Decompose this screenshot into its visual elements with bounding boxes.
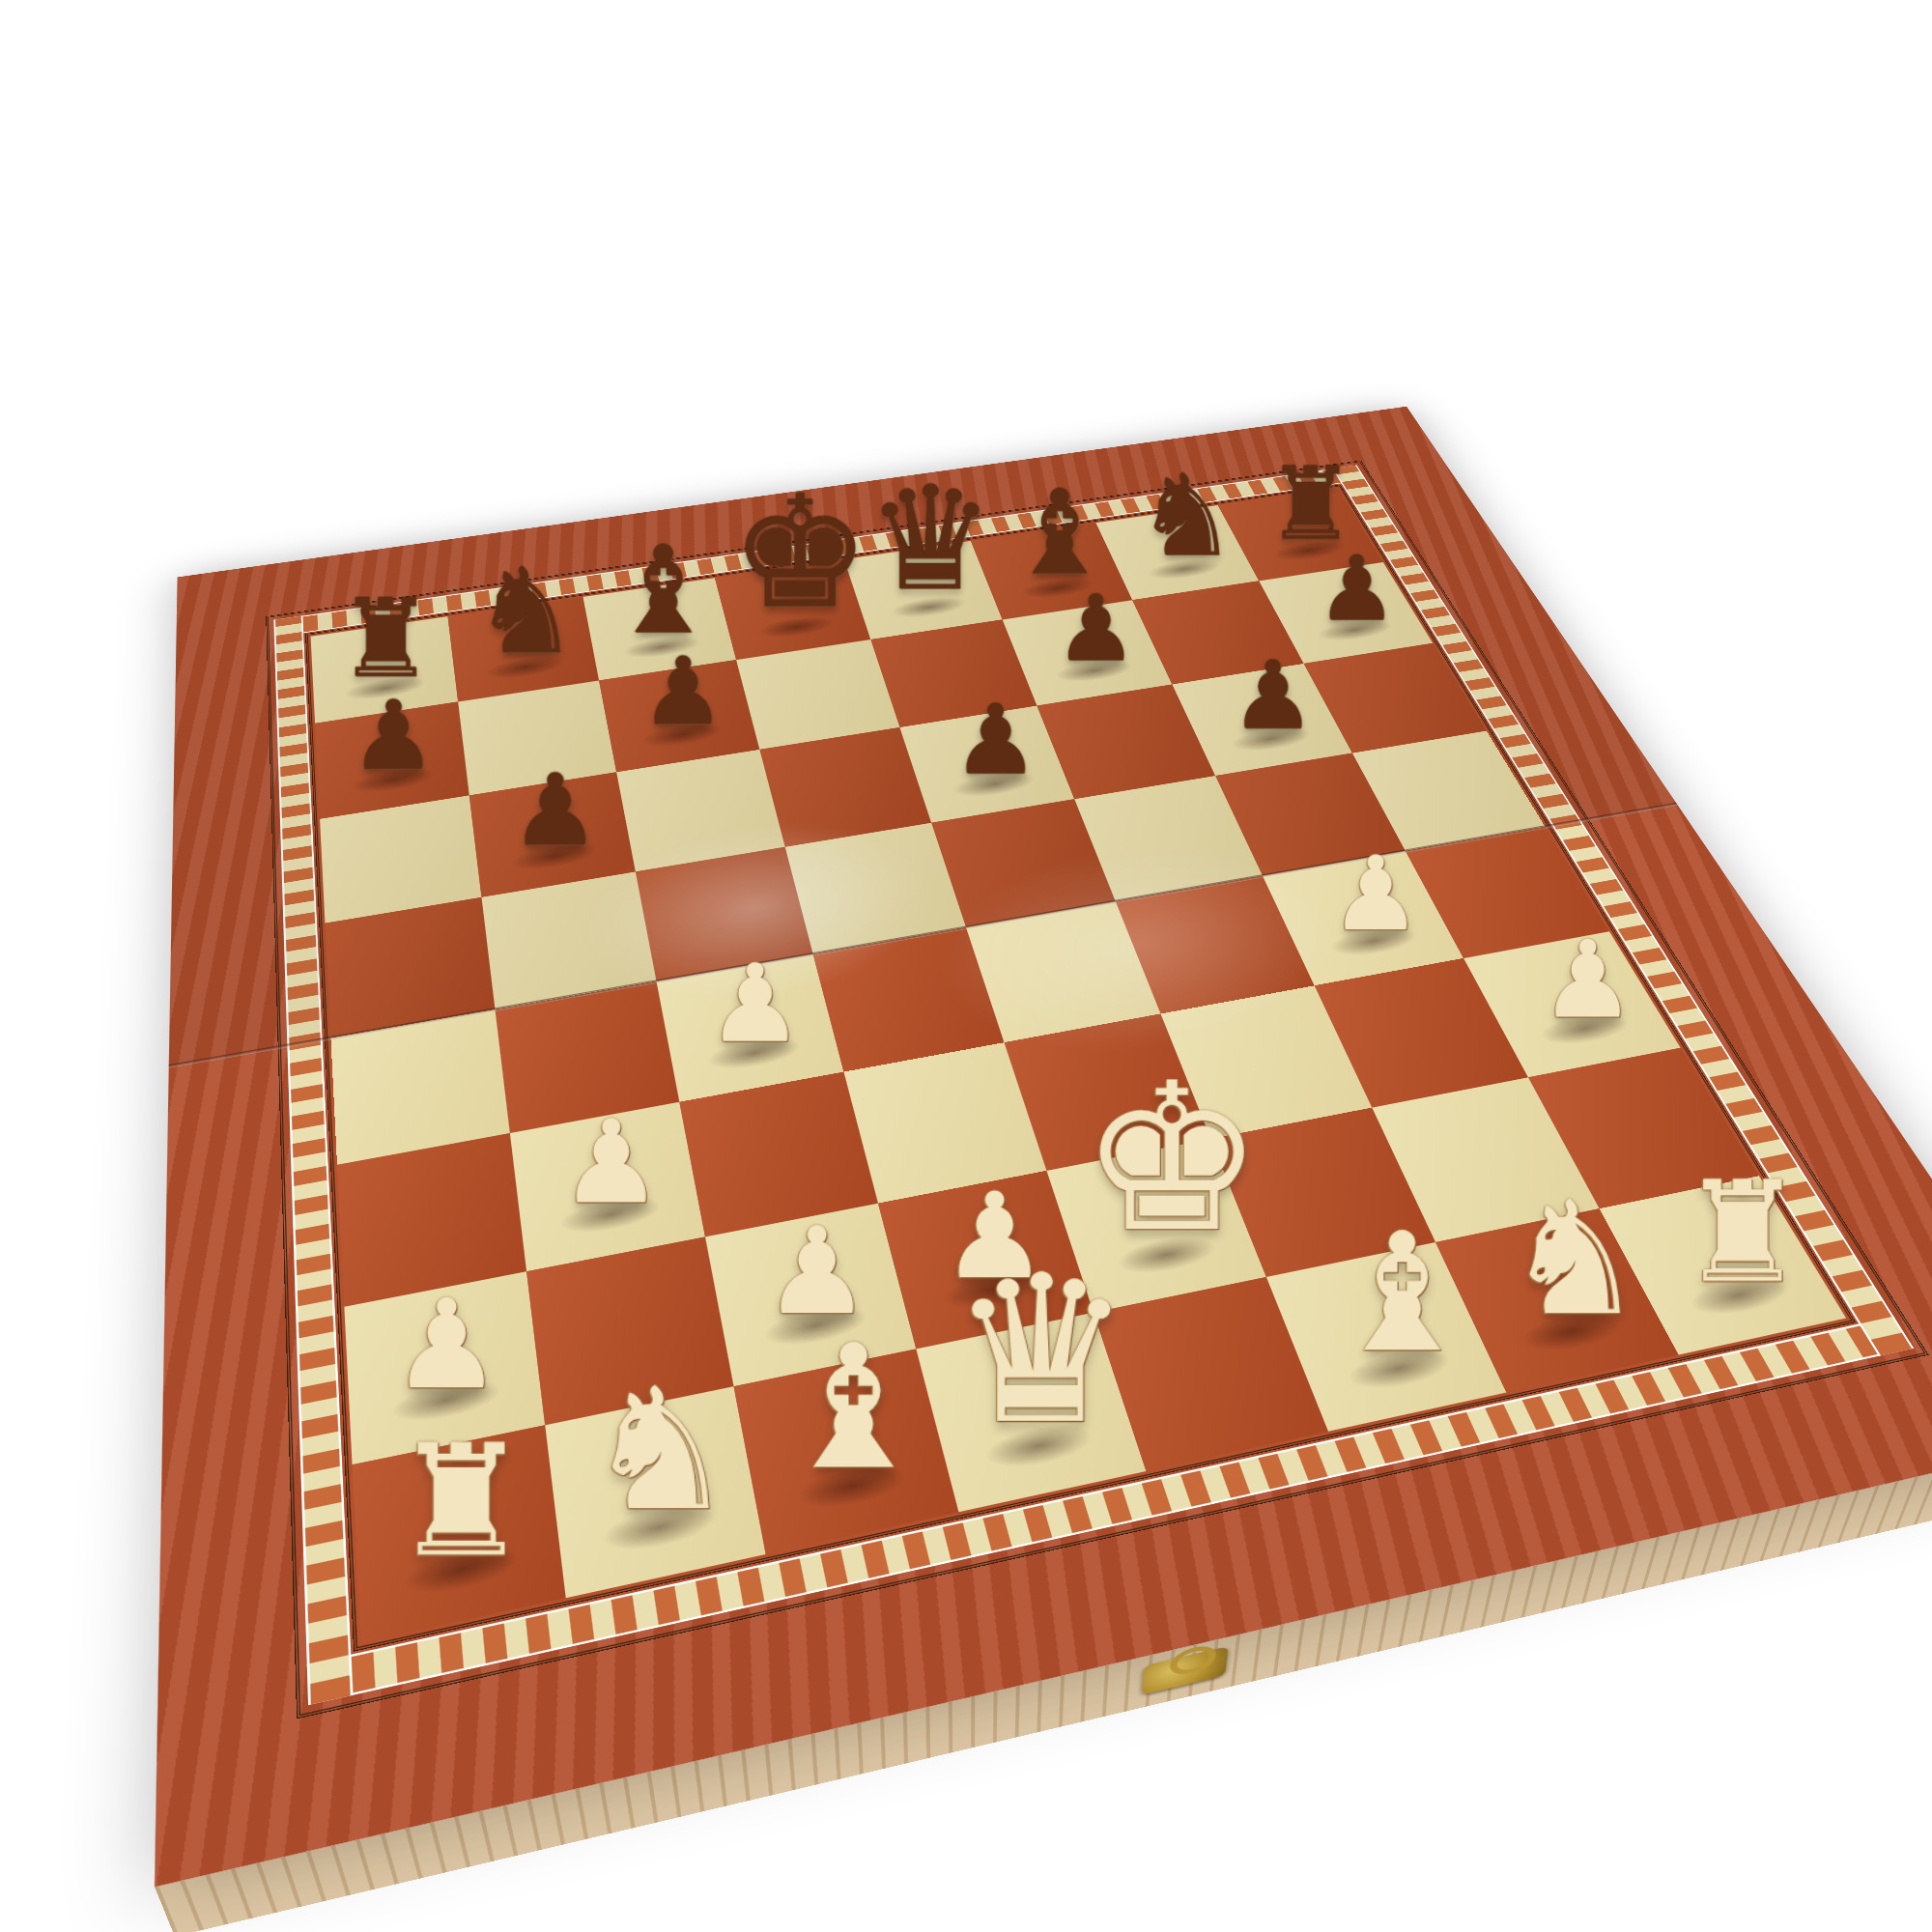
white-pawn[interactable]: ♟ — [1298, 843, 1454, 947]
white-queen[interactable]: ♛ — [947, 1248, 1137, 1453]
board-grid: ♜♞♝♚♛♝♞♜♟♟♟♟♟♟♟♟♟♟♟♟♟♟♚♜♞♝♛♝♞♜ — [311, 488, 1847, 1642]
square-d5[interactable] — [784, 823, 966, 954]
square-a6[interactable] — [320, 795, 482, 923]
black-pawn[interactable]: ♟ — [1202, 648, 1344, 742]
white-pawn[interactable]: ♟ — [524, 1105, 698, 1221]
white-knight[interactable]: ♞ — [1484, 1180, 1666, 1338]
chess-board-3d: ♜♞♝♚♛♝♞♜♟♟♟♟♟♟♟♟♟♟♟♟♟♟♚♜♞♝♛♝♞♜ — [155, 407, 1932, 1888]
square-f5[interactable] — [1074, 776, 1262, 901]
square-a1[interactable]: ♜ — [353, 1425, 567, 1643]
white-rook[interactable]: ♜ — [361, 1424, 560, 1577]
square-d7[interactable] — [736, 639, 899, 749]
white-pawn[interactable]: ♟ — [1507, 927, 1668, 1035]
black-king[interactable]: ♚ — [730, 475, 865, 631]
black-bishop[interactable]: ♝ — [994, 474, 1125, 591]
square-f1[interactable]: ♝ — [1266, 1242, 1506, 1432]
black-rook[interactable]: ♜ — [316, 584, 454, 692]
white-pawn[interactable]: ♟ — [353, 1283, 540, 1406]
decorative-checker-border: ♜♞♝♚♛♝♞♜♟♟♟♟♟♟♟♟♟♟♟♟♟♟♚♜♞♝♛♝♞♜ — [273, 465, 1914, 1705]
white-pawn[interactable]: ♟ — [673, 951, 837, 1059]
white-knight[interactable]: ♞ — [562, 1366, 758, 1535]
white-bishop[interactable]: ♝ — [757, 1322, 951, 1493]
black-pawn[interactable]: ♟ — [1290, 545, 1424, 634]
black-pawn[interactable]: ♟ — [923, 692, 1067, 788]
square-c1[interactable]: ♝ — [733, 1349, 958, 1554]
black-pawn[interactable]: ♟ — [480, 761, 630, 861]
white-bishop[interactable]: ♝ — [1309, 1211, 1493, 1376]
border-outer-pinline: ♜♞♝♚♛♝♞♜♟♟♟♟♟♟♟♟♟♟♟♟♟♟♚♜♞♝♛♝♞♜ — [266, 460, 1928, 1719]
square-b3[interactable]: ♟ — [510, 1102, 704, 1271]
brass-clasp-near[interactable] — [1142, 1646, 1229, 1695]
square-a5[interactable] — [325, 897, 495, 1038]
photo-scene: ♜♞♝♚♛♝♞♜♟♟♟♟♟♟♟♟♟♟♟♟♟♟♚♜♞♝♛♝♞♜ — [0, 0, 1932, 1932]
white-rook[interactable]: ♜ — [1653, 1162, 1833, 1301]
black-knight[interactable]: ♞ — [1122, 460, 1252, 573]
black-pawn[interactable]: ♟ — [321, 689, 466, 784]
black-knight[interactable]: ♞ — [457, 553, 594, 670]
square-g6[interactable]: ♟ — [1172, 664, 1352, 776]
black-pawn[interactable]: ♟ — [1027, 583, 1164, 674]
board-top-surface: ♜♞♝♚♛♝♞♜♟♟♟♟♟♟♟♟♟♟♟♟♟♟♚♜♞♝♛♝♞♜ — [155, 407, 1932, 1888]
square-d1[interactable]: ♛ — [916, 1312, 1146, 1512]
square-b1[interactable]: ♞ — [546, 1386, 766, 1598]
border-inner-pinline: ♜♞♝♚♛♝♞♜♟♟♟♟♟♟♟♟♟♟♟♟♟♟♚♜♞♝♛♝♞♜ — [305, 485, 1856, 1652]
black-bishop[interactable]: ♝ — [595, 530, 731, 651]
square-e5[interactable] — [931, 799, 1116, 927]
square-c7[interactable]: ♟ — [599, 660, 759, 772]
black-queen[interactable]: ♛ — [864, 468, 997, 611]
square-c4[interactable]: ♟ — [656, 954, 843, 1102]
black-pawn[interactable]: ♟ — [612, 645, 754, 739]
